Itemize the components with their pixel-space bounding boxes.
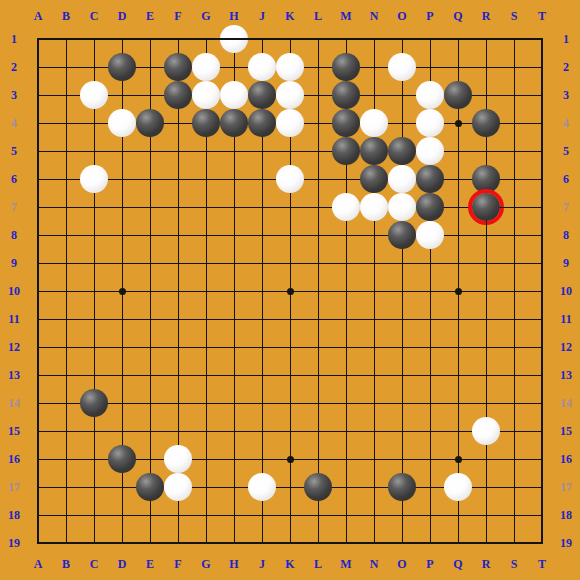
intersection[interactable] [220, 25, 248, 53]
intersection[interactable] [388, 389, 416, 417]
intersection[interactable] [388, 165, 416, 193]
intersection[interactable] [332, 445, 360, 473]
intersection[interactable] [276, 305, 304, 333]
intersection[interactable] [52, 529, 80, 557]
intersection[interactable] [192, 473, 220, 501]
intersection[interactable] [276, 165, 304, 193]
intersection[interactable] [304, 501, 332, 529]
intersection[interactable] [276, 389, 304, 417]
intersection[interactable] [528, 81, 556, 109]
intersection[interactable] [248, 417, 276, 445]
intersection[interactable] [192, 109, 220, 137]
intersection[interactable] [416, 249, 444, 277]
intersection[interactable] [304, 249, 332, 277]
intersection[interactable] [304, 25, 332, 53]
intersection[interactable] [52, 193, 80, 221]
intersection[interactable] [192, 389, 220, 417]
intersection[interactable] [108, 137, 136, 165]
intersection[interactable] [304, 389, 332, 417]
intersection[interactable] [304, 333, 332, 361]
intersection[interactable] [80, 305, 108, 333]
intersection[interactable] [276, 221, 304, 249]
intersection[interactable] [164, 277, 192, 305]
intersection[interactable] [500, 53, 528, 81]
intersection[interactable] [192, 361, 220, 389]
intersection[interactable] [388, 529, 416, 557]
intersection[interactable] [136, 389, 164, 417]
intersection[interactable] [444, 249, 472, 277]
intersection[interactable] [80, 277, 108, 305]
intersection[interactable] [388, 109, 416, 137]
intersection[interactable] [304, 221, 332, 249]
intersection[interactable] [360, 25, 388, 53]
intersection[interactable] [444, 305, 472, 333]
intersection[interactable] [472, 277, 500, 305]
intersection[interactable] [24, 25, 52, 53]
intersection[interactable] [304, 417, 332, 445]
intersection[interactable] [360, 445, 388, 473]
intersection[interactable] [388, 445, 416, 473]
intersection[interactable] [24, 53, 52, 81]
intersection[interactable] [528, 137, 556, 165]
intersection[interactable] [24, 193, 52, 221]
intersection[interactable] [164, 221, 192, 249]
intersection[interactable] [360, 53, 388, 81]
intersection[interactable] [220, 221, 248, 249]
intersection[interactable] [360, 165, 388, 193]
intersection[interactable] [388, 473, 416, 501]
intersection[interactable] [192, 417, 220, 445]
intersection[interactable] [500, 109, 528, 137]
intersection[interactable] [304, 81, 332, 109]
intersection[interactable] [80, 249, 108, 277]
intersection[interactable] [388, 25, 416, 53]
intersection[interactable] [360, 137, 388, 165]
intersection[interactable] [304, 529, 332, 557]
intersection[interactable] [416, 277, 444, 305]
intersection[interactable] [220, 193, 248, 221]
intersection[interactable] [276, 417, 304, 445]
intersection[interactable] [24, 249, 52, 277]
intersection[interactable] [164, 137, 192, 165]
intersection[interactable] [136, 445, 164, 473]
intersection[interactable] [192, 445, 220, 473]
intersection[interactable] [332, 501, 360, 529]
intersection[interactable] [472, 529, 500, 557]
intersection[interactable] [332, 137, 360, 165]
intersection[interactable] [108, 221, 136, 249]
intersection[interactable] [360, 501, 388, 529]
intersection[interactable] [108, 165, 136, 193]
intersection[interactable] [528, 501, 556, 529]
intersection[interactable] [220, 501, 248, 529]
intersection[interactable] [388, 333, 416, 361]
intersection[interactable] [332, 305, 360, 333]
intersection[interactable] [388, 81, 416, 109]
intersection[interactable] [500, 333, 528, 361]
intersection[interactable] [500, 501, 528, 529]
intersection[interactable] [80, 361, 108, 389]
intersection[interactable] [416, 389, 444, 417]
intersection[interactable] [472, 501, 500, 529]
intersection[interactable] [388, 305, 416, 333]
intersection[interactable] [500, 529, 528, 557]
intersection[interactable] [416, 361, 444, 389]
intersection[interactable] [332, 417, 360, 445]
intersection[interactable] [276, 109, 304, 137]
intersection[interactable] [52, 109, 80, 137]
intersection[interactable] [276, 81, 304, 109]
intersection[interactable] [472, 81, 500, 109]
intersection[interactable] [360, 473, 388, 501]
intersection[interactable] [220, 81, 248, 109]
intersection[interactable] [416, 221, 444, 249]
intersection[interactable] [528, 277, 556, 305]
intersection[interactable] [220, 137, 248, 165]
intersection[interactable] [248, 305, 276, 333]
intersection[interactable] [416, 81, 444, 109]
intersection[interactable] [248, 501, 276, 529]
intersection[interactable] [416, 333, 444, 361]
intersection[interactable] [472, 305, 500, 333]
intersection[interactable] [416, 445, 444, 473]
intersection[interactable] [108, 277, 136, 305]
intersection[interactable] [164, 81, 192, 109]
intersection[interactable] [108, 53, 136, 81]
intersection[interactable] [444, 445, 472, 473]
intersection[interactable] [220, 249, 248, 277]
intersection[interactable] [500, 361, 528, 389]
intersection[interactable] [416, 305, 444, 333]
intersection[interactable] [444, 333, 472, 361]
intersection[interactable] [528, 53, 556, 81]
intersection[interactable] [192, 81, 220, 109]
intersection[interactable] [388, 137, 416, 165]
intersection[interactable] [472, 193, 500, 221]
intersection[interactable] [276, 529, 304, 557]
intersection[interactable] [444, 361, 472, 389]
intersection[interactable] [136, 81, 164, 109]
intersection[interactable] [24, 529, 52, 557]
intersection[interactable] [388, 361, 416, 389]
intersection[interactable] [24, 109, 52, 137]
intersection[interactable] [528, 305, 556, 333]
intersection[interactable] [136, 109, 164, 137]
intersection[interactable] [136, 501, 164, 529]
intersection[interactable] [500, 445, 528, 473]
intersection[interactable] [528, 333, 556, 361]
intersection[interactable] [444, 389, 472, 417]
intersection[interactable] [472, 109, 500, 137]
intersection[interactable] [472, 221, 500, 249]
intersection[interactable] [360, 109, 388, 137]
intersection[interactable] [528, 529, 556, 557]
intersection[interactable] [108, 249, 136, 277]
intersection[interactable] [136, 361, 164, 389]
intersection[interactable] [304, 361, 332, 389]
intersection[interactable] [80, 529, 108, 557]
intersection[interactable] [248, 529, 276, 557]
intersection[interactable] [276, 361, 304, 389]
intersection[interactable] [24, 417, 52, 445]
intersection[interactable] [472, 25, 500, 53]
intersection[interactable] [192, 165, 220, 193]
intersection[interactable] [500, 305, 528, 333]
intersection[interactable] [164, 109, 192, 137]
intersection[interactable] [444, 25, 472, 53]
intersection[interactable] [444, 529, 472, 557]
intersection[interactable] [332, 277, 360, 305]
intersection[interactable] [220, 361, 248, 389]
intersection[interactable] [276, 333, 304, 361]
intersection[interactable] [164, 529, 192, 557]
intersection[interactable] [304, 109, 332, 137]
intersection[interactable] [500, 417, 528, 445]
intersection[interactable] [80, 417, 108, 445]
intersection[interactable] [304, 53, 332, 81]
intersection[interactable] [304, 445, 332, 473]
intersection[interactable] [500, 137, 528, 165]
intersection[interactable] [360, 221, 388, 249]
intersection[interactable] [108, 333, 136, 361]
intersection[interactable] [276, 25, 304, 53]
intersection[interactable] [80, 389, 108, 417]
intersection[interactable] [248, 277, 276, 305]
intersection[interactable] [276, 473, 304, 501]
intersection[interactable] [164, 445, 192, 473]
intersection[interactable] [108, 417, 136, 445]
intersection[interactable] [164, 473, 192, 501]
intersection[interactable] [24, 165, 52, 193]
intersection[interactable] [80, 109, 108, 137]
intersection[interactable] [444, 81, 472, 109]
intersection[interactable] [248, 165, 276, 193]
intersection[interactable] [108, 193, 136, 221]
intersection[interactable] [108, 81, 136, 109]
intersection[interactable] [472, 333, 500, 361]
intersection[interactable] [136, 165, 164, 193]
intersection[interactable] [388, 417, 416, 445]
intersection[interactable] [360, 361, 388, 389]
intersection[interactable] [80, 193, 108, 221]
intersection[interactable] [108, 473, 136, 501]
intersection[interactable] [416, 53, 444, 81]
intersection[interactable] [164, 165, 192, 193]
intersection[interactable] [528, 109, 556, 137]
intersection[interactable] [360, 249, 388, 277]
intersection[interactable] [472, 473, 500, 501]
intersection[interactable] [220, 109, 248, 137]
intersection[interactable] [332, 361, 360, 389]
intersection[interactable] [528, 473, 556, 501]
intersection[interactable] [304, 473, 332, 501]
intersection[interactable] [164, 305, 192, 333]
intersection[interactable] [528, 417, 556, 445]
intersection[interactable] [52, 473, 80, 501]
intersection[interactable] [24, 277, 52, 305]
intersection[interactable] [136, 277, 164, 305]
intersection[interactable] [80, 333, 108, 361]
intersection[interactable] [332, 25, 360, 53]
intersection[interactable] [248, 53, 276, 81]
intersection[interactable] [136, 333, 164, 361]
intersection[interactable] [248, 137, 276, 165]
intersection[interactable] [52, 25, 80, 53]
intersection[interactable] [528, 25, 556, 53]
intersection[interactable] [416, 473, 444, 501]
intersection[interactable] [388, 193, 416, 221]
intersection[interactable] [24, 305, 52, 333]
intersection[interactable] [276, 53, 304, 81]
intersection[interactable] [248, 445, 276, 473]
intersection[interactable] [136, 473, 164, 501]
intersection[interactable] [164, 249, 192, 277]
intersection[interactable] [276, 137, 304, 165]
intersection[interactable] [388, 277, 416, 305]
intersection[interactable] [136, 25, 164, 53]
intersection[interactable] [248, 25, 276, 53]
intersection[interactable] [52, 277, 80, 305]
intersection[interactable] [52, 165, 80, 193]
intersection[interactable] [332, 81, 360, 109]
intersection[interactable] [52, 305, 80, 333]
intersection[interactable] [136, 193, 164, 221]
intersection[interactable] [332, 109, 360, 137]
intersection[interactable] [24, 389, 52, 417]
intersection[interactable] [248, 221, 276, 249]
intersection[interactable] [248, 109, 276, 137]
intersection[interactable] [500, 25, 528, 53]
intersection[interactable] [276, 193, 304, 221]
intersection[interactable] [332, 389, 360, 417]
intersection[interactable] [388, 53, 416, 81]
intersection[interactable] [276, 249, 304, 277]
intersection[interactable] [248, 361, 276, 389]
intersection[interactable] [528, 389, 556, 417]
intersection[interactable] [332, 249, 360, 277]
intersection[interactable] [136, 221, 164, 249]
intersection[interactable] [472, 53, 500, 81]
intersection[interactable] [276, 445, 304, 473]
intersection[interactable] [192, 277, 220, 305]
intersection[interactable] [164, 417, 192, 445]
intersection[interactable] [416, 165, 444, 193]
intersection[interactable] [80, 81, 108, 109]
intersection[interactable] [136, 417, 164, 445]
intersection[interactable] [444, 109, 472, 137]
intersection[interactable] [500, 221, 528, 249]
intersection[interactable] [528, 249, 556, 277]
intersection[interactable] [444, 473, 472, 501]
intersection[interactable] [220, 445, 248, 473]
intersection[interactable] [528, 445, 556, 473]
intersection[interactable] [24, 81, 52, 109]
intersection[interactable] [360, 529, 388, 557]
intersection[interactable] [52, 501, 80, 529]
intersection[interactable] [416, 25, 444, 53]
intersection[interactable] [332, 165, 360, 193]
intersection[interactable] [500, 277, 528, 305]
intersection[interactable] [192, 249, 220, 277]
intersection[interactable] [24, 501, 52, 529]
intersection[interactable] [416, 529, 444, 557]
intersection[interactable] [248, 81, 276, 109]
intersection[interactable] [472, 417, 500, 445]
intersection[interactable] [276, 277, 304, 305]
intersection[interactable] [472, 361, 500, 389]
intersection[interactable] [500, 389, 528, 417]
intersection[interactable] [192, 529, 220, 557]
intersection[interactable] [192, 25, 220, 53]
intersection[interactable] [80, 53, 108, 81]
intersection[interactable] [416, 193, 444, 221]
intersection[interactable] [304, 193, 332, 221]
intersection[interactable] [444, 221, 472, 249]
intersection[interactable] [304, 165, 332, 193]
intersection[interactable] [192, 305, 220, 333]
intersection[interactable] [52, 445, 80, 473]
intersection[interactable] [304, 305, 332, 333]
intersection[interactable] [360, 333, 388, 361]
intersection[interactable] [332, 333, 360, 361]
intersection[interactable] [108, 501, 136, 529]
intersection[interactable] [52, 417, 80, 445]
intersection[interactable] [52, 221, 80, 249]
intersection[interactable] [136, 305, 164, 333]
intersection[interactable] [332, 221, 360, 249]
intersection[interactable] [248, 473, 276, 501]
intersection[interactable] [360, 193, 388, 221]
intersection[interactable] [164, 501, 192, 529]
intersection[interactable] [80, 137, 108, 165]
intersection[interactable] [304, 137, 332, 165]
intersection[interactable] [472, 389, 500, 417]
intersection[interactable] [52, 361, 80, 389]
intersection[interactable] [220, 389, 248, 417]
intersection[interactable] [388, 249, 416, 277]
intersection[interactable] [360, 389, 388, 417]
intersection[interactable] [52, 137, 80, 165]
intersection[interactable] [24, 445, 52, 473]
intersection[interactable] [528, 361, 556, 389]
intersection[interactable] [164, 389, 192, 417]
intersection[interactable] [80, 165, 108, 193]
intersection[interactable] [528, 165, 556, 193]
intersection[interactable] [192, 193, 220, 221]
intersection[interactable] [444, 501, 472, 529]
intersection[interactable] [52, 249, 80, 277]
intersection[interactable] [360, 277, 388, 305]
intersection[interactable] [220, 53, 248, 81]
intersection[interactable] [276, 501, 304, 529]
intersection[interactable] [500, 249, 528, 277]
intersection[interactable] [248, 333, 276, 361]
intersection[interactable] [192, 501, 220, 529]
intersection[interactable] [500, 193, 528, 221]
intersection[interactable] [388, 221, 416, 249]
intersection[interactable] [444, 53, 472, 81]
intersection[interactable] [136, 53, 164, 81]
intersection[interactable] [444, 277, 472, 305]
intersection[interactable] [332, 473, 360, 501]
intersection[interactable] [80, 25, 108, 53]
intersection[interactable] [220, 529, 248, 557]
intersection[interactable] [24, 221, 52, 249]
intersection[interactable] [332, 53, 360, 81]
intersection[interactable] [332, 529, 360, 557]
intersection[interactable] [108, 305, 136, 333]
intersection[interactable] [472, 249, 500, 277]
